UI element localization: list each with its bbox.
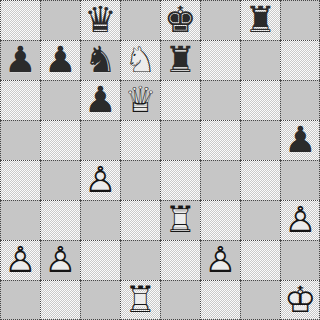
piece-white-pawn-fill: ♟ [284,200,316,240]
piece-white-queen[interactable]: ♕ [124,80,156,120]
piece-white-rook-fill: ♜ [164,200,196,240]
piece-white-king[interactable]: ♔ [284,280,316,320]
square-b8[interactable] [40,0,80,40]
piece-white-queen-fill: ♛ [124,80,156,120]
piece-black-rook[interactable]: ♜ [244,0,276,40]
square-a2[interactable]: ♟♙ [0,240,40,280]
square-f5[interactable] [200,120,240,160]
square-a3[interactable] [0,200,40,240]
piece-white-rook-fill: ♜ [124,280,156,320]
square-g2[interactable] [240,240,280,280]
square-h1[interactable]: ♚♔ [280,280,320,320]
square-c6[interactable]: ♟ [80,80,120,120]
square-e7[interactable]: ♜ [160,40,200,80]
piece-white-pawn-fill: ♟ [44,240,76,280]
square-b2[interactable]: ♟♙ [40,240,80,280]
square-h5[interactable]: ♟ [280,120,320,160]
square-e1[interactable] [160,280,200,320]
square-h3[interactable]: ♟♙ [280,200,320,240]
square-d2[interactable] [120,240,160,280]
square-e6[interactable] [160,80,200,120]
piece-black-pawn[interactable]: ♟ [284,120,316,160]
chess-board: ♛♚♜♟♟♞♞♘♜♟♛♕♟♟♙♜♖♟♙♟♙♟♙♟♙♜♖♚♔ [0,0,320,320]
square-g7[interactable] [240,40,280,80]
square-d7[interactable]: ♞♘ [120,40,160,80]
piece-black-pawn[interactable]: ♟ [44,40,76,80]
square-e2[interactable] [160,240,200,280]
square-g1[interactable] [240,280,280,320]
square-g8[interactable]: ♜ [240,0,280,40]
square-d1[interactable]: ♜♖ [120,280,160,320]
piece-black-knight[interactable]: ♞ [84,40,116,80]
square-f3[interactable] [200,200,240,240]
square-d3[interactable] [120,200,160,240]
square-a8[interactable] [0,0,40,40]
piece-black-pawn[interactable]: ♟ [84,80,116,120]
square-b4[interactable] [40,160,80,200]
square-c5[interactable] [80,120,120,160]
square-h7[interactable] [280,40,320,80]
square-g3[interactable] [240,200,280,240]
square-g4[interactable] [240,160,280,200]
square-h2[interactable] [280,240,320,280]
square-a4[interactable] [0,160,40,200]
square-a1[interactable] [0,280,40,320]
square-a6[interactable] [0,80,40,120]
square-a7[interactable]: ♟ [0,40,40,80]
square-c8[interactable]: ♛ [80,0,120,40]
square-f8[interactable] [200,0,240,40]
square-f2[interactable]: ♟♙ [200,240,240,280]
piece-white-pawn[interactable]: ♙ [284,200,316,240]
square-b5[interactable] [40,120,80,160]
square-d8[interactable] [120,0,160,40]
square-e8[interactable]: ♚ [160,0,200,40]
piece-white-pawn[interactable]: ♙ [84,160,116,200]
piece-white-pawn-fill: ♟ [4,240,36,280]
square-f4[interactable] [200,160,240,200]
piece-black-king[interactable]: ♚ [164,0,196,40]
square-e3[interactable]: ♜♖ [160,200,200,240]
piece-white-knight[interactable]: ♘ [124,40,156,80]
square-g6[interactable] [240,80,280,120]
square-d6[interactable]: ♛♕ [120,80,160,120]
square-e5[interactable] [160,120,200,160]
piece-white-pawn[interactable]: ♙ [4,240,36,280]
square-b1[interactable] [40,280,80,320]
square-f7[interactable] [200,40,240,80]
square-g5[interactable] [240,120,280,160]
piece-black-pawn[interactable]: ♟ [4,40,36,80]
square-c7[interactable]: ♞ [80,40,120,80]
piece-white-rook[interactable]: ♖ [124,280,156,320]
square-h6[interactable] [280,80,320,120]
square-b7[interactable]: ♟ [40,40,80,80]
square-h8[interactable] [280,0,320,40]
square-c1[interactable] [80,280,120,320]
piece-white-pawn-fill: ♟ [204,240,236,280]
piece-white-rook[interactable]: ♖ [164,200,196,240]
square-b3[interactable] [40,200,80,240]
square-d5[interactable] [120,120,160,160]
piece-white-king-fill: ♚ [284,280,316,320]
square-c4[interactable]: ♟♙ [80,160,120,200]
square-a5[interactable] [0,120,40,160]
piece-white-pawn[interactable]: ♙ [204,240,236,280]
piece-white-knight-fill: ♞ [124,40,156,80]
square-c3[interactable] [80,200,120,240]
square-e4[interactable] [160,160,200,200]
piece-black-rook[interactable]: ♜ [164,40,196,80]
square-f6[interactable] [200,80,240,120]
piece-white-pawn[interactable]: ♙ [44,240,76,280]
square-h4[interactable] [280,160,320,200]
piece-white-pawn-fill: ♟ [84,160,116,200]
square-f1[interactable] [200,280,240,320]
square-c2[interactable] [80,240,120,280]
piece-black-queen[interactable]: ♛ [84,0,116,40]
square-d4[interactable] [120,160,160,200]
square-b6[interactable] [40,80,80,120]
